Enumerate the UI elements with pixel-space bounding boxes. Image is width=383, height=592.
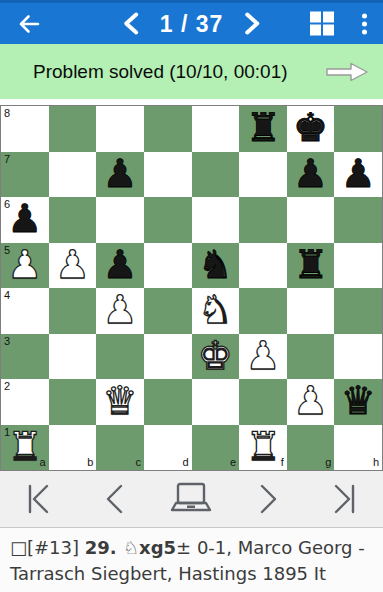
- square-d8[interactable]: [144, 106, 192, 152]
- next-move-button[interactable]: [236, 476, 300, 522]
- black-rook: ♜: [293, 245, 328, 284]
- square-e5[interactable]: ♞: [192, 243, 240, 289]
- square-d3[interactable]: [144, 334, 192, 380]
- white-pawn: ♟: [55, 245, 90, 284]
- black-knight: ♞: [198, 245, 233, 284]
- square-c2[interactable]: ♛: [96, 379, 144, 425]
- square-f1[interactable]: f♜: [239, 425, 287, 471]
- rank-label-3: 3: [4, 336, 10, 347]
- square-e7[interactable]: [192, 152, 240, 198]
- square-e1[interactable]: e: [192, 425, 240, 471]
- square-g7[interactable]: ♟: [287, 152, 335, 198]
- white-knight: ♞: [198, 290, 233, 329]
- white-king: ♚: [198, 336, 233, 375]
- square-g8[interactable]: ♚: [287, 106, 335, 152]
- analyze-board-button[interactable]: [159, 476, 223, 522]
- black-queen: ♛: [341, 381, 376, 420]
- chevron-right-icon: [244, 12, 261, 36]
- game-caption: □[#13] 29. ♘xg5± 0-1, Marco Georg - Tarr…: [0, 528, 383, 592]
- problem-pager: 1 / 37: [120, 10, 264, 37]
- rank-label-7: 7: [4, 154, 10, 165]
- last-move-button[interactable]: [313, 476, 377, 522]
- overflow-menu-icon[interactable]: [356, 11, 373, 36]
- square-c6[interactable]: [96, 197, 144, 243]
- square-b3[interactable]: [49, 334, 97, 380]
- white-pawn: ♟: [245, 336, 280, 375]
- square-f5[interactable]: [239, 243, 287, 289]
- next-problem-button[interactable]: [241, 11, 263, 37]
- white-pawn: ♟: [7, 245, 42, 284]
- rank-label-4: 4: [4, 290, 10, 301]
- white-pawn: ♟: [103, 290, 138, 329]
- square-c3[interactable]: [96, 334, 144, 380]
- file-label-c: c: [135, 457, 141, 468]
- square-b5[interactable]: ♟: [49, 243, 97, 289]
- previous-move-button[interactable]: [83, 476, 147, 522]
- square-b4[interactable]: [49, 288, 97, 334]
- white-rook: ♜: [7, 427, 42, 466]
- square-f3[interactable]: ♟: [239, 334, 287, 380]
- white-pawn: ♟: [293, 381, 328, 420]
- square-g5[interactable]: ♜: [287, 243, 335, 289]
- top-bar-actions: [310, 11, 373, 36]
- file-label-e: e: [230, 457, 236, 468]
- square-d2[interactable]: [144, 379, 192, 425]
- square-f2[interactable]: [239, 379, 287, 425]
- square-d4[interactable]: [144, 288, 192, 334]
- white-queen: ♛: [103, 381, 138, 420]
- square-e2[interactable]: [192, 379, 240, 425]
- square-h2[interactable]: ♛: [334, 379, 382, 425]
- square-e3[interactable]: ♚: [192, 334, 240, 380]
- square-b2[interactable]: [49, 379, 97, 425]
- next-arrow-button[interactable]: [324, 60, 370, 83]
- square-c4[interactable]: ♟: [96, 288, 144, 334]
- square-h8[interactable]: [334, 106, 382, 152]
- square-a1[interactable]: 1a♜: [1, 425, 49, 471]
- square-e6[interactable]: [192, 197, 240, 243]
- back-button[interactable]: [14, 9, 44, 39]
- chess-tactics-app: 1 / 37 Problem solved (10/10, 00:01): [0, 0, 383, 592]
- square-d6[interactable]: [144, 197, 192, 243]
- previous-problem-button[interactable]: [120, 11, 142, 37]
- problem-list-grid-icon[interactable]: [310, 12, 334, 36]
- next-move-icon: [255, 479, 281, 519]
- chess-board: 8♜♚7♟♟♟6♟5♟♟♟♞♜4♟♞3♚♟2♛♟♛1a♜bcdef♜gh: [0, 105, 383, 471]
- arrow-left-icon: [17, 12, 41, 36]
- square-h5[interactable]: [334, 243, 382, 289]
- square-h7[interactable]: ♟: [334, 152, 382, 198]
- first-move-icon: [23, 479, 53, 519]
- black-pawn: ♟: [7, 199, 42, 238]
- square-f8[interactable]: ♜: [239, 106, 287, 152]
- square-c1[interactable]: c: [96, 425, 144, 471]
- square-f7[interactable]: [239, 152, 287, 198]
- square-a4[interactable]: 4: [1, 288, 49, 334]
- square-a2[interactable]: 2: [1, 379, 49, 425]
- square-b7[interactable]: [49, 152, 97, 198]
- square-c7[interactable]: ♟: [96, 152, 144, 198]
- square-g1[interactable]: g: [287, 425, 335, 471]
- previous-move-icon: [102, 479, 128, 519]
- black-pawn: ♟: [341, 154, 376, 193]
- square-g4[interactable]: [287, 288, 335, 334]
- square-e4[interactable]: ♞: [192, 288, 240, 334]
- square-d7[interactable]: [144, 152, 192, 198]
- caption-text: □[#13] 29. ♘xg5± 0-1, Marco Georg - Tarr…: [10, 535, 373, 587]
- square-b6[interactable]: [49, 197, 97, 243]
- file-label-g: g: [325, 457, 331, 468]
- square-d1[interactable]: d: [144, 425, 192, 471]
- square-a7[interactable]: 7: [1, 152, 49, 198]
- file-label-f: f: [281, 457, 284, 468]
- rank-label-2: 2: [4, 381, 10, 392]
- square-e8[interactable]: [192, 106, 240, 152]
- square-g3[interactable]: [287, 334, 335, 380]
- last-move-icon: [330, 479, 360, 519]
- top-app-bar: 1 / 37: [0, 0, 383, 44]
- square-h4[interactable]: [334, 288, 382, 334]
- status-text: Problem solved (10/10, 00:01): [33, 61, 288, 83]
- black-pawn: ♟: [103, 154, 138, 193]
- first-move-button[interactable]: [6, 476, 70, 522]
- square-g6[interactable]: [287, 197, 335, 243]
- file-label-h: h: [373, 457, 379, 468]
- square-h3[interactable]: [334, 334, 382, 380]
- black-pawn: ♟: [293, 154, 328, 193]
- file-label-d: d: [182, 457, 188, 468]
- square-a5[interactable]: 5♟: [1, 243, 49, 289]
- square-b1[interactable]: b: [49, 425, 97, 471]
- chevron-left-icon: [122, 12, 139, 36]
- move-nav-bar: [0, 471, 383, 528]
- rank-label-8: 8: [4, 108, 10, 119]
- black-rook: ♜: [245, 108, 280, 147]
- problem-counter: 1 / 37: [160, 10, 224, 37]
- computer-analysis-icon: [165, 479, 217, 519]
- square-f4[interactable]: [239, 288, 287, 334]
- square-h1[interactable]: h: [334, 425, 382, 471]
- right-arrow-icon: [324, 60, 370, 83]
- status-banner: Problem solved (10/10, 00:01): [0, 44, 383, 99]
- square-g2[interactable]: ♟: [287, 379, 335, 425]
- square-a3[interactable]: 3: [1, 334, 49, 380]
- square-f6[interactable]: [239, 197, 287, 243]
- square-b8[interactable]: [49, 106, 97, 152]
- black-pawn: ♟: [103, 245, 138, 284]
- white-rook: ♜: [245, 427, 280, 466]
- square-a8[interactable]: 8: [1, 106, 49, 152]
- square-c5[interactable]: ♟: [96, 243, 144, 289]
- black-king: ♚: [293, 108, 328, 147]
- square-d5[interactable]: [144, 243, 192, 289]
- square-a6[interactable]: 6♟: [1, 197, 49, 243]
- file-label-b: b: [87, 457, 93, 468]
- square-c8[interactable]: [96, 106, 144, 152]
- square-h6[interactable]: [334, 197, 382, 243]
